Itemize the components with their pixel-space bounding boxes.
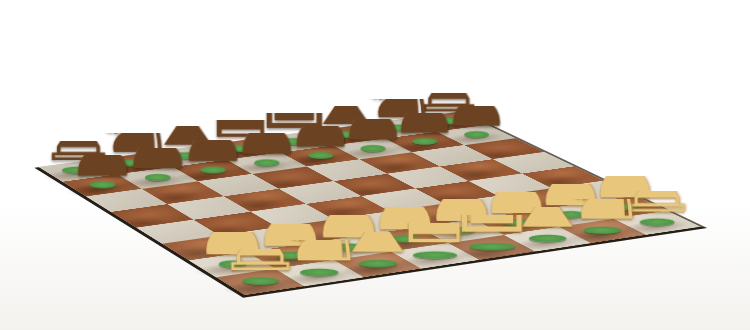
- black-pawn-icon: ♟: [66, 107, 139, 188]
- chess-board: ♜♞♝♛♚♝♞♜♟♟♟♟♟♟♟♟♟♟♟♟♟♟♟♟♜♞♝♛♚♝♞♜: [34, 111, 707, 298]
- scene: ♜♞♝♛♚♝♞♜♟♟♟♟♟♟♟♟♟♟♟♟♟♟♟♟♜♞♝♛♚♝♞♜: [112, 0, 612, 330]
- photo-frame: ♜♞♝♛♚♝♞♜♟♟♟♟♟♟♟♟♟♟♟♟♟♟♟♟♜♞♝♛♚♝♞♜: [0, 0, 750, 330]
- white-rook-icon: ♜: [214, 183, 306, 286]
